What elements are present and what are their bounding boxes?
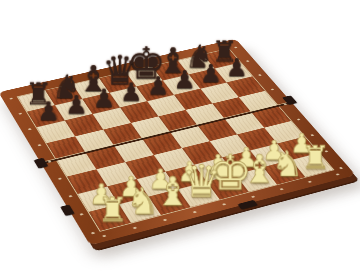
photo-background: ♜♞♝♛♚♝♞♜♟♟♟♟♟♟♟♟♟♟♟♟♟♟♟♟♜♞♝♛♚♝♞♜ bbox=[0, 0, 360, 271]
frame-pin bbox=[335, 173, 339, 175]
frame-pin bbox=[132, 226, 136, 229]
hinge-latch-left bbox=[34, 158, 49, 169]
frame-pin bbox=[57, 177, 61, 179]
frame-pin bbox=[101, 234, 105, 237]
frame-pin bbox=[307, 180, 311, 182]
piece-black-pawn: ♟ bbox=[17, 98, 80, 124]
frame-pin bbox=[250, 195, 254, 198]
board-squares: ♜♞♝♛♚♝♞♜♟♟♟♟♟♟♟♟♟♟♟♟♟♟♟♟♜♞♝♛♚♝♞♜ bbox=[18, 49, 333, 231]
closure-latch-side bbox=[60, 205, 75, 216]
frame-pin bbox=[162, 218, 166, 221]
square-a1: ♜ bbox=[89, 204, 131, 230]
chess-board: ♜♞♝♛♚♝♞♜♟♟♟♟♟♟♟♟♟♟♟♟♟♟♟♟♜♞♝♛♚♝♞♜ bbox=[0, 39, 356, 246]
frame-pin bbox=[27, 128, 31, 130]
frame-pin bbox=[192, 211, 196, 214]
piece-white-rook: ♜ bbox=[78, 193, 147, 227]
frame-pin bbox=[270, 88, 274, 90]
frame-pin bbox=[90, 232, 94, 235]
frame-pin bbox=[296, 118, 300, 120]
frame-pin bbox=[221, 203, 225, 206]
frame-pin bbox=[279, 188, 283, 191]
closure-latch-front bbox=[237, 200, 258, 210]
frame-pin bbox=[37, 144, 41, 146]
